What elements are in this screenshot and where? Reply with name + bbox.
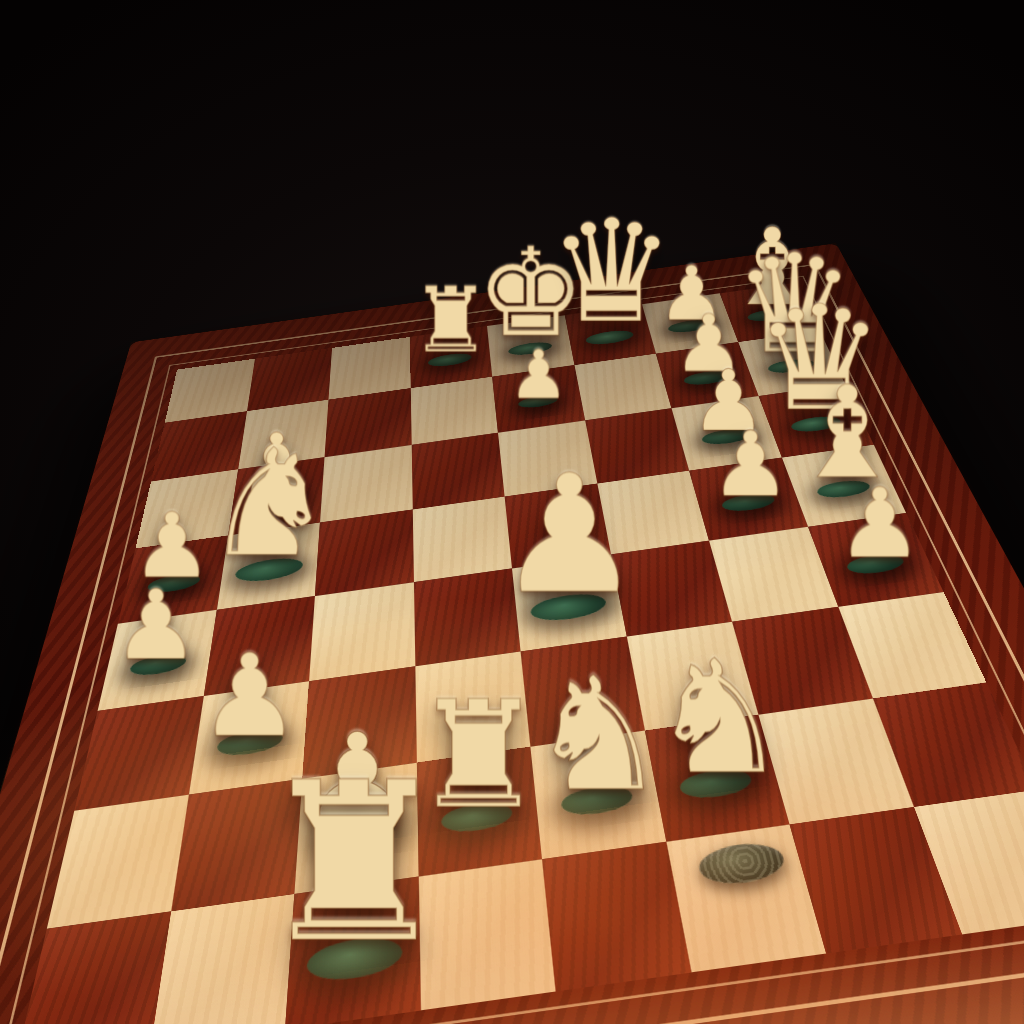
piece-white-knight-b5[interactable]: ♞ bbox=[112, 430, 425, 578]
piece-white-knight-f2[interactable]: ♞ bbox=[523, 639, 914, 795]
photo-scene: { "game": "chess", "description": "Angle… bbox=[0, 0, 1024, 1024]
piece-white-rook-c1[interactable]: ♜ bbox=[141, 754, 567, 974]
scene-perspective: ♜♚♛♟♝♟♟♛♟♟♛♟♞♟♝♟♟♟♟♟♜♞♞♜ bbox=[0, 0, 1024, 1024]
board-frame: ♜♚♛♟♝♟♟♛♟♟♛♟♞♟♝♟♟♟♟♟♜♞♞♜ bbox=[0, 243, 1024, 1024]
piece-white-pawn-e4[interactable]: ♟ bbox=[402, 453, 737, 617]
chessboard: ♜♚♛♟♝♟♟♛♟♟♛♟♞♟♝♟♟♟♟♟♜♞♞♜ bbox=[0, 243, 1024, 1024]
